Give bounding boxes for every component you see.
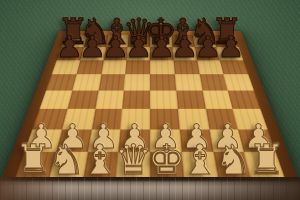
piece-white-bishop-f1[interactable]: ♝ [181,139,218,181]
piece-white-knight-b1[interactable]: ♞ [48,139,85,181]
piece-white-king-e1[interactable]: ♚ [148,139,185,181]
square-f4[interactable] [176,91,205,109]
square-h5[interactable] [224,74,254,90]
piece-white-bishop-c1[interactable]: ♝ [81,139,118,181]
piece-white-queen-d1[interactable]: ♛ [115,139,152,181]
piece-white-rook-a1[interactable]: ♜ [15,139,52,181]
square-e4[interactable] [150,91,178,109]
square-h4[interactable] [228,91,260,109]
square-d4[interactable] [122,91,150,109]
square-b4[interactable] [67,91,98,109]
chess-app-3d-view: ♜♞♝♛♚♝♞♜♟♟♟♟♟♟♟♟♟♟♟♟♟♟♟♟♜♞♝♛♚♝♞♜ [0,0,300,200]
square-e5[interactable] [150,74,176,90]
piece-black-pawn-h7[interactable]: ♟ [217,32,244,62]
piece-white-rook-h1[interactable]: ♜ [248,139,285,181]
square-b5[interactable] [72,74,101,90]
square-c5[interactable] [98,74,125,90]
square-d5[interactable] [124,74,150,90]
square-c4[interactable] [95,91,124,109]
piece-white-knight-g1[interactable]: ♞ [215,139,252,181]
square-f5[interactable] [175,74,202,90]
